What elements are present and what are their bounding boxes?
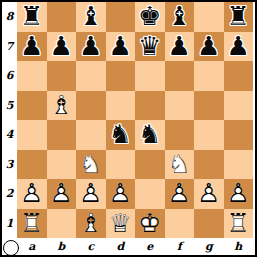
square-e7[interactable]: ♛ — [135, 32, 165, 62]
square-f3[interactable]: ♞♘ — [165, 150, 195, 180]
square-a8[interactable]: ♜ — [17, 2, 47, 32]
square-h5[interactable] — [224, 91, 254, 121]
square-g8[interactable] — [194, 2, 224, 32]
square-b8[interactable] — [47, 2, 77, 32]
square-h7[interactable]: ♟ — [224, 32, 254, 62]
piece-glyph: ♖ — [224, 209, 254, 239]
piece-glyph: ♖ — [17, 209, 47, 239]
square-d2[interactable]: ♟♙ — [106, 179, 136, 209]
piece-glyph: ♟ — [76, 32, 106, 62]
white-king[interactable]: ♚♔ — [135, 209, 165, 239]
white-to-move-circle-icon — [3, 240, 19, 256]
square-f4[interactable] — [165, 120, 195, 150]
square-a3[interactable] — [17, 150, 47, 180]
black-bishop[interactable]: ♝ — [76, 2, 106, 32]
square-h4[interactable] — [224, 120, 254, 150]
square-a4[interactable] — [17, 120, 47, 150]
square-b1[interactable] — [47, 209, 77, 239]
square-e2[interactable] — [135, 179, 165, 209]
square-h6[interactable] — [224, 61, 254, 91]
black-pawn[interactable]: ♟ — [165, 32, 195, 62]
square-d1[interactable]: ♛♕ — [106, 209, 136, 239]
square-b4[interactable] — [47, 120, 77, 150]
square-f6[interactable] — [165, 61, 195, 91]
square-c5[interactable] — [76, 91, 106, 121]
square-b7[interactable]: ♟ — [47, 32, 77, 62]
black-pawn[interactable]: ♟ — [224, 32, 254, 62]
piece-glyph: ♙ — [194, 179, 224, 209]
square-c7[interactable]: ♟ — [76, 32, 106, 62]
square-h8[interactable]: ♜ — [224, 2, 254, 32]
piece-glyph: ♝ — [76, 2, 106, 32]
piece-glyph: ♙ — [47, 179, 77, 209]
square-c3[interactable]: ♞♘ — [76, 150, 106, 180]
piece-glyph: ♘ — [76, 150, 106, 180]
piece-glyph: ♟ — [106, 32, 136, 62]
black-rook[interactable]: ♜ — [17, 2, 47, 32]
piece-glyph: ♙ — [76, 179, 106, 209]
file-label: f — [165, 238, 195, 255]
side-to-move-indicator — [3, 240, 19, 256]
piece-glyph: ♝ — [165, 2, 195, 32]
file-label: c — [76, 238, 106, 255]
black-pawn[interactable]: ♟ — [47, 32, 77, 62]
square-a2[interactable]: ♟♙ — [17, 179, 47, 209]
black-pawn[interactable]: ♟ — [17, 32, 47, 62]
black-knight[interactable]: ♞ — [135, 120, 165, 150]
square-a7[interactable]: ♟ — [17, 32, 47, 62]
square-f1[interactable] — [165, 209, 195, 239]
square-d4[interactable]: ♞ — [106, 120, 136, 150]
square-g5[interactable] — [194, 91, 224, 121]
black-pawn[interactable]: ♟ — [194, 32, 224, 62]
rank-label: 4 — [2, 120, 17, 150]
white-pawn[interactable]: ♟♙ — [224, 179, 254, 209]
square-h1[interactable]: ♜♖ — [224, 209, 254, 239]
square-e5[interactable] — [135, 91, 165, 121]
piece-glyph: ♙ — [17, 179, 47, 209]
piece-glyph: ♚ — [135, 2, 165, 32]
white-pawn[interactable]: ♟♙ — [165, 179, 195, 209]
file-labels: a b c d e f g h — [17, 238, 253, 255]
square-e1[interactable]: ♚♔ — [135, 209, 165, 239]
square-h2[interactable]: ♟♙ — [224, 179, 254, 209]
chess-diagram: ♜♝♚♝♜♟♟♟♟♛♟♟♟♝♗♞♞♞♘♞♘♟♙♟♙♟♙♟♙♟♙♟♙♟♙♜♖♝♗♛… — [0, 0, 257, 257]
piece-glyph: ♗ — [76, 209, 106, 239]
square-g6[interactable] — [194, 61, 224, 91]
square-e3[interactable] — [135, 150, 165, 180]
rank-label: 8 — [2, 2, 17, 32]
rank-label: 6 — [2, 61, 17, 91]
white-queen[interactable]: ♛♕ — [106, 209, 136, 239]
square-d8[interactable] — [106, 2, 136, 32]
piece-glyph: ♟ — [224, 32, 254, 62]
white-pawn[interactable]: ♟♙ — [47, 179, 77, 209]
square-c8[interactable]: ♝ — [76, 2, 106, 32]
file-label: a — [17, 238, 47, 255]
square-f2[interactable]: ♟♙ — [165, 179, 195, 209]
square-d5[interactable] — [106, 91, 136, 121]
square-g4[interactable] — [194, 120, 224, 150]
square-c6[interactable] — [76, 61, 106, 91]
piece-glyph: ♜ — [224, 2, 254, 32]
square-d3[interactable] — [106, 150, 136, 180]
square-g3[interactable] — [194, 150, 224, 180]
piece-glyph: ♜ — [17, 2, 47, 32]
white-knight[interactable]: ♞♘ — [165, 150, 195, 180]
piece-glyph: ♞ — [106, 120, 136, 150]
square-c2[interactable]: ♟♙ — [76, 179, 106, 209]
square-b2[interactable]: ♟♙ — [47, 179, 77, 209]
chess-board: ♜♝♚♝♜♟♟♟♟♛♟♟♟♝♗♞♞♞♘♞♘♟♙♟♙♟♙♟♙♟♙♟♙♟♙♜♖♝♗♛… — [17, 2, 253, 238]
piece-glyph: ♟ — [47, 32, 77, 62]
square-a5[interactable] — [17, 91, 47, 121]
black-queen[interactable]: ♛ — [135, 32, 165, 62]
square-e8[interactable]: ♚ — [135, 2, 165, 32]
square-e4[interactable]: ♞ — [135, 120, 165, 150]
square-f7[interactable]: ♟ — [165, 32, 195, 62]
square-b5[interactable]: ♝♗ — [47, 91, 77, 121]
black-pawn[interactable]: ♟ — [106, 32, 136, 62]
rank-labels: 8 7 6 5 4 3 2 1 — [2, 2, 17, 238]
piece-glyph: ♙ — [106, 179, 136, 209]
white-knight[interactable]: ♞♘ — [76, 150, 106, 180]
square-g1[interactable] — [194, 209, 224, 239]
file-label: d — [106, 238, 136, 255]
square-f8[interactable]: ♝ — [165, 2, 195, 32]
piece-glyph: ♟ — [17, 32, 47, 62]
square-c1[interactable]: ♝♗ — [76, 209, 106, 239]
square-b6[interactable] — [47, 61, 77, 91]
square-a6[interactable] — [17, 61, 47, 91]
rank-label: 1 — [2, 209, 17, 239]
square-b3[interactable] — [47, 150, 77, 180]
piece-glyph: ♟ — [165, 32, 195, 62]
square-g7[interactable]: ♟ — [194, 32, 224, 62]
rank-label: 5 — [2, 91, 17, 121]
rank-label: 7 — [2, 32, 17, 62]
file-label: b — [47, 238, 77, 255]
piece-glyph: ♙ — [165, 179, 195, 209]
black-bishop[interactable]: ♝ — [165, 2, 195, 32]
white-rook[interactable]: ♜♖ — [224, 209, 254, 239]
square-h3[interactable] — [224, 150, 254, 180]
piece-glyph: ♟ — [194, 32, 224, 62]
piece-glyph: ♞ — [135, 120, 165, 150]
piece-glyph: ♗ — [47, 91, 77, 121]
white-bishop[interactable]: ♝♗ — [76, 209, 106, 239]
square-g2[interactable]: ♟♙ — [194, 179, 224, 209]
rank-label: 2 — [2, 179, 17, 209]
rank-label: 3 — [2, 150, 17, 180]
black-king[interactable]: ♚ — [135, 2, 165, 32]
piece-glyph: ♔ — [135, 209, 165, 239]
piece-glyph: ♘ — [165, 150, 195, 180]
file-label: g — [194, 238, 224, 255]
piece-glyph: ♙ — [224, 179, 254, 209]
white-rook[interactable]: ♜♖ — [17, 209, 47, 239]
square-e6[interactable] — [135, 61, 165, 91]
white-pawn[interactable]: ♟♙ — [76, 179, 106, 209]
white-pawn[interactable]: ♟♙ — [194, 179, 224, 209]
square-d6[interactable] — [106, 61, 136, 91]
white-bishop[interactable]: ♝♗ — [47, 91, 77, 121]
square-a1[interactable]: ♜♖ — [17, 209, 47, 239]
white-pawn[interactable]: ♟♙ — [106, 179, 136, 209]
black-pawn[interactable]: ♟ — [76, 32, 106, 62]
piece-glyph: ♕ — [106, 209, 136, 239]
piece-glyph: ♛ — [135, 32, 165, 62]
file-label: h — [224, 238, 254, 255]
square-f5[interactable] — [165, 91, 195, 121]
black-knight[interactable]: ♞ — [106, 120, 136, 150]
file-label: e — [135, 238, 165, 255]
square-d7[interactable]: ♟ — [106, 32, 136, 62]
white-pawn[interactable]: ♟♙ — [17, 179, 47, 209]
square-c4[interactable] — [76, 120, 106, 150]
black-rook[interactable]: ♜ — [224, 2, 254, 32]
